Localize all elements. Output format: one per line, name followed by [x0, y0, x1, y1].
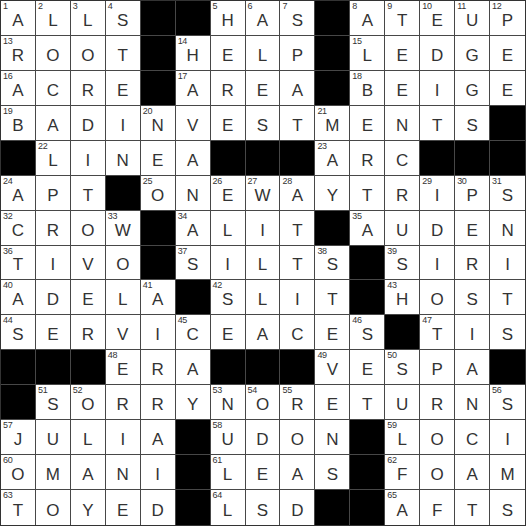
cell-letter: V: [327, 361, 338, 384]
cell-letter: R: [47, 222, 59, 245]
letter-cell[interactable]: R: [385, 176, 420, 211]
letter-cell[interactable]: U: [385, 211, 420, 246]
cell-letter: J: [14, 431, 23, 454]
letter-cell[interactable]: T: [280, 211, 315, 246]
letter-cell[interactable]: 64L: [211, 490, 246, 525]
cell-letter: M: [500, 466, 514, 489]
cell-letter: A: [47, 117, 58, 140]
letter-cell[interactable]: S: [490, 490, 525, 525]
letter-cell[interactable]: E: [211, 106, 246, 141]
letter-cell[interactable]: I: [211, 246, 246, 281]
cell-letter: O: [256, 396, 269, 419]
letter-cell[interactable]: 37S: [176, 246, 211, 281]
letter-cell[interactable]: M: [490, 455, 525, 490]
letter-cell[interactable]: R: [455, 246, 490, 281]
letter-cell[interactable]: T: [350, 385, 385, 420]
clue-number: 33: [108, 211, 117, 222]
cell-letter: S: [47, 396, 58, 419]
letter-cell[interactable]: 1A: [1, 1, 36, 36]
letter-cell[interactable]: L: [106, 280, 141, 315]
cell-letter: T: [13, 502, 23, 525]
letter-cell[interactable]: T: [280, 106, 315, 141]
cell-letter: S: [257, 502, 268, 525]
letter-cell[interactable]: O: [106, 246, 141, 281]
black-cell: [176, 280, 211, 315]
letter-cell[interactable]: I: [490, 246, 525, 281]
letter-cell[interactable]: E: [246, 455, 281, 490]
letter-cell[interactable]: 31S: [490, 176, 525, 211]
letter-cell[interactable]: A: [176, 350, 211, 385]
letter-cell[interactable]: 23A: [315, 141, 350, 176]
black-cell: [420, 141, 455, 176]
black-cell: [1, 350, 36, 385]
letter-cell[interactable]: V: [176, 106, 211, 141]
letter-cell[interactable]: R: [141, 385, 176, 420]
cell-letter: Y: [187, 396, 198, 419]
letter-cell[interactable]: R: [420, 385, 455, 420]
clue-number: 20: [143, 106, 152, 117]
cell-letter: T: [327, 291, 337, 314]
letter-cell[interactable]: E: [106, 71, 141, 106]
letter-cell[interactable]: I: [106, 420, 141, 455]
letter-cell[interactable]: S: [455, 106, 490, 141]
cell-letter: E: [327, 396, 338, 419]
letter-cell[interactable]: N: [490, 211, 525, 246]
letter-cell[interactable]: 60O: [1, 455, 36, 490]
letter-cell[interactable]: 9T: [385, 1, 420, 36]
cell-letter: T: [362, 396, 372, 419]
clue-number: 50: [387, 350, 396, 361]
letter-cell[interactable]: 8A: [350, 1, 385, 36]
letter-cell[interactable]: 65A: [385, 490, 420, 525]
cell-letter: S: [502, 502, 513, 525]
letter-cell[interactable]: 47T: [420, 315, 455, 350]
letter-cell[interactable]: E: [106, 490, 141, 525]
cell-letter: E: [466, 222, 477, 245]
cell-letter: M: [325, 117, 339, 140]
cell-letter: S: [466, 291, 477, 314]
letter-cell[interactable]: 40A: [1, 280, 36, 315]
cell-letter: U: [396, 222, 408, 245]
cell-letter: T: [292, 117, 302, 140]
cell-letter: I: [85, 152, 90, 175]
letter-cell[interactable]: D: [246, 420, 281, 455]
letter-cell[interactable]: D: [141, 490, 176, 525]
cell-letter: E: [431, 12, 442, 35]
letter-cell[interactable]: S: [490, 315, 525, 350]
letter-cell[interactable]: 6A: [246, 1, 281, 36]
cell-letter: A: [187, 361, 198, 384]
letter-cell[interactable]: V: [106, 315, 141, 350]
letter-cell[interactable]: 58U: [211, 420, 246, 455]
letter-cell[interactable]: T: [106, 36, 141, 71]
cell-letter: S: [466, 117, 477, 140]
letter-cell[interactable]: E: [71, 280, 106, 315]
cell-letter: F: [432, 502, 442, 525]
letter-cell[interactable]: E: [141, 141, 176, 176]
letter-cell[interactable]: C: [385, 141, 420, 176]
letter-cell[interactable]: 18B: [350, 71, 385, 106]
letter-cell[interactable]: I: [141, 315, 176, 350]
cell-letter: P: [47, 187, 58, 210]
clue-number: 59: [387, 420, 396, 431]
cell-letter: S: [12, 326, 23, 349]
black-cell: [246, 141, 281, 176]
clue-number: 35: [352, 211, 361, 222]
letter-cell[interactable]: 24A: [1, 176, 36, 211]
cell-letter: R: [152, 396, 164, 419]
letter-cell[interactable]: F: [420, 490, 455, 525]
cell-letter: R: [291, 396, 303, 419]
letter-cell[interactable]: E: [350, 350, 385, 385]
letter-cell[interactable]: 22L: [36, 141, 71, 176]
letter-cell[interactable]: R: [211, 71, 246, 106]
letter-cell[interactable]: L: [246, 36, 281, 71]
cell-letter: B: [12, 117, 23, 140]
letter-cell[interactable]: D: [420, 36, 455, 71]
letter-cell[interactable]: D: [420, 211, 455, 246]
cell-letter: R: [82, 326, 94, 349]
letter-cell[interactable]: 21M: [315, 106, 350, 141]
letter-cell[interactable]: N: [315, 420, 350, 455]
letter-cell[interactable]: S: [315, 455, 350, 490]
clue-number: 14: [178, 36, 187, 47]
letter-cell[interactable]: E: [385, 36, 420, 71]
clue-number: 41: [143, 280, 152, 291]
cell-letter: I: [155, 326, 160, 349]
letter-cell[interactable]: S: [246, 490, 281, 525]
black-cell: [350, 246, 385, 281]
cell-letter: D: [431, 222, 443, 245]
letter-cell[interactable]: A: [246, 315, 281, 350]
letter-cell[interactable]: E: [350, 106, 385, 141]
letter-cell[interactable]: 45C: [176, 315, 211, 350]
cell-letter: E: [47, 326, 58, 349]
letter-cell[interactable]: 49V: [315, 350, 350, 385]
letter-cell[interactable]: N: [385, 106, 420, 141]
letter-cell[interactable]: O: [71, 36, 106, 71]
clue-number: 18: [352, 71, 361, 82]
letter-cell[interactable]: U: [36, 420, 71, 455]
black-cell: [315, 71, 350, 106]
cell-letter: H: [221, 12, 233, 35]
letter-cell[interactable]: A: [455, 350, 490, 385]
letter-cell[interactable]: 44S: [1, 315, 36, 350]
letter-cell[interactable]: A: [280, 455, 315, 490]
letter-cell[interactable]: 26E: [211, 176, 246, 211]
cell-letter: C: [47, 82, 59, 105]
clue-number: 60: [3, 455, 12, 466]
letter-cell[interactable]: O: [36, 490, 71, 525]
letter-cell[interactable]: I: [490, 420, 525, 455]
letter-cell[interactable]: 15L: [350, 36, 385, 71]
letter-cell[interactable]: 28A: [280, 176, 315, 211]
black-cell: [315, 490, 350, 525]
letter-cell[interactable]: V: [71, 246, 106, 281]
cell-letter: S: [117, 12, 128, 35]
cell-letter: U: [466, 12, 478, 35]
letter-cell[interactable]: I: [246, 211, 281, 246]
letter-cell[interactable]: O: [280, 420, 315, 455]
letter-cell[interactable]: 35A: [350, 211, 385, 246]
letter-cell[interactable]: Y: [71, 490, 106, 525]
letter-cell[interactable]: E: [385, 71, 420, 106]
letter-cell[interactable]: L: [246, 246, 281, 281]
letter-cell[interactable]: 32C: [1, 211, 36, 246]
cell-letter: I: [225, 256, 230, 279]
letter-cell[interactable]: U: [385, 385, 420, 420]
letter-cell[interactable]: E: [315, 315, 350, 350]
cell-letter: D: [431, 47, 443, 70]
letter-cell[interactable]: 39S: [385, 246, 420, 281]
black-cell: [176, 490, 211, 525]
letter-cell[interactable]: E: [455, 211, 490, 246]
cell-letter: V: [117, 326, 128, 349]
letter-cell[interactable]: 27W: [246, 176, 281, 211]
letter-cell[interactable]: 25O: [141, 176, 176, 211]
letter-cell[interactable]: 33W: [106, 211, 141, 246]
letter-cell[interactable]: I: [455, 315, 490, 350]
letter-cell[interactable]: P: [36, 176, 71, 211]
cell-letter: I: [470, 326, 475, 349]
cell-letter: T: [13, 256, 23, 279]
letter-cell[interactable]: 29I: [420, 176, 455, 211]
letter-cell[interactable]: 36T: [1, 246, 36, 281]
cell-letter: W: [115, 222, 131, 245]
cell-letter: L: [258, 291, 267, 314]
cell-letter: E: [502, 47, 513, 70]
letter-cell[interactable]: 11U: [455, 1, 490, 36]
cell-letter: A: [152, 431, 163, 454]
letter-cell[interactable]: O: [36, 36, 71, 71]
letter-cell[interactable]: C: [36, 71, 71, 106]
letter-cell[interactable]: O: [71, 211, 106, 246]
cell-letter: F: [397, 466, 407, 489]
clue-number: 38: [317, 246, 326, 257]
letter-cell[interactable]: O: [420, 280, 455, 315]
letter-cell[interactable]: 12P: [490, 1, 525, 36]
letter-cell[interactable]: L: [71, 420, 106, 455]
letter-cell[interactable]: I: [71, 141, 106, 176]
letter-cell[interactable]: M: [36, 455, 71, 490]
letter-cell[interactable]: 4S: [106, 1, 141, 36]
letter-cell[interactable]: Y: [176, 385, 211, 420]
letter-cell[interactable]: 48E: [106, 350, 141, 385]
black-cell: [315, 36, 350, 71]
cell-letter: G: [465, 47, 478, 70]
letter-cell[interactable]: 10E: [420, 1, 455, 36]
letter-cell[interactable]: 63T: [1, 490, 36, 525]
letter-cell[interactable]: L: [211, 211, 246, 246]
letter-cell[interactable]: 5H: [211, 1, 246, 36]
cell-letter: E: [222, 117, 233, 140]
letter-cell[interactable]: T: [420, 106, 455, 141]
letter-cell[interactable]: I: [420, 246, 455, 281]
cell-letter: N: [466, 396, 478, 419]
letter-cell[interactable]: 17A: [176, 71, 211, 106]
letter-cell[interactable]: R: [36, 211, 71, 246]
black-cell: [141, 1, 176, 36]
letter-cell[interactable]: 46S: [350, 315, 385, 350]
cell-letter: I: [120, 431, 125, 454]
letter-cell[interactable]: 51S: [36, 385, 71, 420]
letter-cell[interactable]: A: [280, 71, 315, 106]
letter-cell[interactable]: 41A: [141, 280, 176, 315]
letter-cell[interactable]: T: [280, 246, 315, 281]
letter-cell[interactable]: P: [420, 350, 455, 385]
clue-number: 7: [282, 1, 287, 12]
letter-cell[interactable]: C: [280, 315, 315, 350]
letter-cell[interactable]: C: [455, 420, 490, 455]
clue-number: 49: [317, 350, 326, 361]
letter-cell[interactable]: E: [211, 315, 246, 350]
letter-cell[interactable]: P: [280, 36, 315, 71]
letter-cell[interactable]: I: [106, 106, 141, 141]
black-cell: [350, 420, 385, 455]
clue-number: 26: [213, 176, 222, 187]
letter-cell[interactable]: E: [36, 315, 71, 350]
letter-cell[interactable]: T: [350, 176, 385, 211]
letter-cell[interactable]: 34A: [176, 211, 211, 246]
cell-letter: U: [47, 431, 59, 454]
black-cell: [350, 455, 385, 490]
letter-cell[interactable]: 14H: [176, 36, 211, 71]
letter-cell[interactable]: 3L: [71, 1, 106, 36]
letter-cell[interactable]: 16A: [1, 71, 36, 106]
letter-cell[interactable]: 55R: [280, 385, 315, 420]
cell-letter: A: [187, 82, 198, 105]
letter-cell[interactable]: 54O: [246, 385, 281, 420]
cell-letter: L: [118, 291, 127, 314]
letter-cell[interactable]: 13R: [1, 36, 36, 71]
letter-cell[interactable]: N: [106, 455, 141, 490]
cell-letter: C: [466, 431, 478, 454]
clue-number: 27: [248, 176, 257, 187]
letter-cell[interactable]: N: [106, 141, 141, 176]
letter-cell[interactable]: A: [71, 455, 106, 490]
letter-cell[interactable]: E: [246, 71, 281, 106]
clue-number: 3: [73, 1, 78, 12]
letter-cell[interactable]: I: [280, 280, 315, 315]
clue-number: 56: [492, 385, 501, 396]
black-cell: [176, 1, 211, 36]
letter-cell[interactable]: 52O: [71, 385, 106, 420]
clue-number: 30: [457, 176, 466, 187]
letter-cell[interactable]: 56S: [490, 385, 525, 420]
letter-cell[interactable]: G: [455, 36, 490, 71]
letter-cell[interactable]: E: [211, 36, 246, 71]
cell-letter: T: [397, 12, 407, 35]
clue-number: 8: [352, 1, 357, 12]
letter-cell[interactable]: D: [36, 280, 71, 315]
letter-cell[interactable]: 62F: [385, 455, 420, 490]
cell-letter: A: [292, 82, 303, 105]
clue-number: 64: [213, 490, 222, 501]
letter-cell[interactable]: E: [315, 385, 350, 420]
letter-cell[interactable]: Y: [315, 176, 350, 211]
letter-cell[interactable]: R: [350, 141, 385, 176]
letter-cell[interactable]: A: [36, 106, 71, 141]
letter-cell[interactable]: A: [455, 455, 490, 490]
letter-cell[interactable]: D: [280, 490, 315, 525]
cell-letter: I: [260, 222, 265, 245]
letter-cell[interactable]: N: [455, 385, 490, 420]
letter-cell[interactable]: N: [176, 176, 211, 211]
letter-cell[interactable]: R: [71, 71, 106, 106]
letter-cell[interactable]: O: [420, 455, 455, 490]
letter-cell[interactable]: S: [246, 106, 281, 141]
cell-letter: U: [396, 396, 408, 419]
letter-cell[interactable]: 42S: [211, 280, 246, 315]
letter-cell[interactable]: A: [176, 141, 211, 176]
letter-cell[interactable]: S: [455, 280, 490, 315]
cell-letter: I: [120, 117, 125, 140]
cell-letter: R: [82, 82, 94, 105]
cell-letter: E: [257, 466, 268, 489]
letter-cell[interactable]: T: [71, 176, 106, 211]
black-cell: [315, 1, 350, 36]
letter-cell[interactable]: 19B: [1, 106, 36, 141]
cell-letter: T: [467, 502, 477, 525]
cell-letter: C: [12, 222, 24, 245]
letter-cell[interactable]: I: [36, 246, 71, 281]
letter-cell[interactable]: R: [106, 385, 141, 420]
letter-cell[interactable]: O: [420, 420, 455, 455]
letter-cell[interactable]: T: [490, 280, 525, 315]
cell-letter: O: [431, 291, 444, 314]
letter-cell[interactable]: 2L: [36, 1, 71, 36]
letter-cell[interactable]: R: [71, 315, 106, 350]
letter-cell[interactable]: 59L: [385, 420, 420, 455]
clue-number: 24: [3, 176, 12, 187]
letter-cell[interactable]: 53N: [211, 385, 246, 420]
cell-letter: T: [362, 187, 372, 210]
letter-cell[interactable]: I: [141, 455, 176, 490]
black-cell: [455, 141, 490, 176]
cell-letter: N: [117, 466, 129, 489]
letter-cell[interactable]: 61L: [211, 455, 246, 490]
black-cell: [211, 350, 246, 385]
letter-cell[interactable]: D: [71, 106, 106, 141]
letter-cell[interactable]: A: [141, 420, 176, 455]
cell-letter: E: [222, 187, 233, 210]
letter-cell[interactable]: 7S: [280, 1, 315, 36]
letter-cell[interactable]: 20N: [141, 106, 176, 141]
letter-cell[interactable]: T: [315, 280, 350, 315]
cell-letter: A: [187, 222, 198, 245]
letter-cell[interactable]: R: [141, 350, 176, 385]
letter-cell[interactable]: 43H: [385, 280, 420, 315]
cell-letter: P: [502, 12, 513, 35]
clue-number: 57: [3, 420, 12, 431]
letter-cell[interactable]: 57J: [1, 420, 36, 455]
clue-number: 47: [422, 315, 431, 326]
cell-letter: I: [505, 431, 510, 454]
clue-number: 6: [248, 1, 253, 12]
letter-cell[interactable]: E: [490, 36, 525, 71]
letter-cell[interactable]: 50S: [385, 350, 420, 385]
letter-cell[interactable]: 30P: [455, 176, 490, 211]
clue-number: 17: [178, 71, 187, 82]
letter-cell[interactable]: T: [455, 490, 490, 525]
letter-cell[interactable]: 38S: [315, 246, 350, 281]
clue-number: 65: [387, 490, 396, 501]
letter-cell[interactable]: E: [490, 71, 525, 106]
letter-cell[interactable]: G: [455, 71, 490, 106]
letter-cell[interactable]: L: [246, 280, 281, 315]
cell-letter: E: [82, 291, 93, 314]
letter-cell[interactable]: I: [420, 71, 455, 106]
